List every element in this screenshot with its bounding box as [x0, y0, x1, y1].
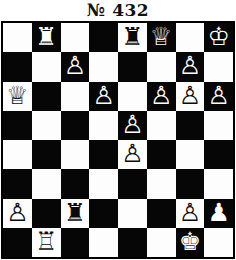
black-pawn: ♟	[207, 200, 229, 225]
square-a6[interactable]: ♕	[3, 82, 32, 111]
square-f4[interactable]	[147, 140, 176, 169]
square-e1[interactable]	[118, 228, 147, 257]
square-c7[interactable]: ♙	[61, 52, 90, 81]
square-e6[interactable]	[118, 82, 147, 111]
square-c4[interactable]	[61, 140, 90, 169]
square-c3[interactable]	[61, 169, 90, 198]
square-b6[interactable]	[32, 82, 61, 111]
square-h6[interactable]: ♙	[204, 82, 233, 111]
square-b5[interactable]	[32, 111, 61, 140]
square-g5[interactable]	[176, 111, 205, 140]
black-rook: ♜	[64, 200, 86, 225]
square-f5[interactable]	[147, 111, 176, 140]
square-e2[interactable]	[118, 199, 147, 228]
square-a8[interactable]	[3, 23, 32, 52]
square-b3[interactable]	[32, 169, 61, 198]
white-queen: ♕	[150, 24, 172, 49]
square-d2[interactable]	[89, 199, 118, 228]
square-g4[interactable]	[176, 140, 205, 169]
square-e8[interactable]: ♜	[118, 23, 147, 52]
white-pawn: ♙	[92, 83, 114, 108]
square-a4[interactable]	[3, 140, 32, 169]
square-a2[interactable]: ♙	[3, 199, 32, 228]
square-e5[interactable]: ♙	[118, 111, 147, 140]
black-rook: ♜	[121, 24, 143, 49]
white-pawn: ♙	[6, 200, 28, 225]
square-f7[interactable]	[147, 52, 176, 81]
square-h3[interactable]	[204, 169, 233, 198]
white-pawn: ♙	[179, 83, 201, 108]
square-h4[interactable]	[204, 140, 233, 169]
square-c6[interactable]	[61, 82, 90, 111]
white-queen: ♕	[6, 83, 28, 108]
square-h8[interactable]: ♔	[204, 23, 233, 52]
square-d8[interactable]	[89, 23, 118, 52]
square-c8[interactable]	[61, 23, 90, 52]
square-b1[interactable]: ♖	[32, 228, 61, 257]
square-d3[interactable]	[89, 169, 118, 198]
square-g7[interactable]: ♙	[176, 52, 205, 81]
square-b4[interactable]	[32, 140, 61, 169]
square-g1[interactable]: ♚	[176, 228, 205, 257]
square-a3[interactable]	[3, 169, 32, 198]
white-pawn: ♙	[150, 83, 172, 108]
puzzle-number: № 432	[0, 0, 236, 21]
square-a5[interactable]	[3, 111, 32, 140]
square-h2[interactable]: ♟	[204, 199, 233, 228]
square-f2[interactable]	[147, 199, 176, 228]
square-f1[interactable]	[147, 228, 176, 257]
square-h1[interactable]	[204, 228, 233, 257]
square-e7[interactable]	[118, 52, 147, 81]
square-d1[interactable]	[89, 228, 118, 257]
square-h7[interactable]	[204, 52, 233, 81]
chess-board: ♜♜♕♔♙♙♕♙♙♙♙♙♙♙♜♙♟♖♚	[1, 21, 235, 259]
square-c5[interactable]	[61, 111, 90, 140]
black-king: ♚	[179, 229, 201, 254]
square-g8[interactable]	[176, 23, 205, 52]
square-b8[interactable]: ♜	[32, 23, 61, 52]
square-a7[interactable]	[3, 52, 32, 81]
white-pawn: ♙	[179, 53, 201, 78]
square-f3[interactable]	[147, 169, 176, 198]
black-rook: ♜	[35, 24, 57, 49]
square-h5[interactable]	[204, 111, 233, 140]
square-b7[interactable]	[32, 52, 61, 81]
square-g2[interactable]: ♙	[176, 199, 205, 228]
square-d6[interactable]: ♙	[89, 82, 118, 111]
white-pawn: ♙	[121, 112, 143, 137]
square-d4[interactable]	[89, 140, 118, 169]
square-d5[interactable]	[89, 111, 118, 140]
white-king: ♔	[207, 24, 229, 49]
square-a1[interactable]	[3, 228, 32, 257]
square-c2[interactable]: ♜	[61, 199, 90, 228]
square-e4[interactable]: ♙	[118, 140, 147, 169]
square-g3[interactable]	[176, 169, 205, 198]
white-pawn: ♙	[207, 83, 229, 108]
white-pawn: ♙	[121, 141, 143, 166]
puzzle-page: № 432 ♜♜♕♔♙♙♕♙♙♙♙♙♙♙♜♙♟♖♚	[0, 0, 236, 260]
square-c1[interactable]	[61, 228, 90, 257]
white-pawn: ♙	[64, 53, 86, 78]
white-pawn: ♙	[179, 200, 201, 225]
square-d7[interactable]	[89, 52, 118, 81]
square-f6[interactable]: ♙	[147, 82, 176, 111]
square-b2[interactable]	[32, 199, 61, 228]
square-e3[interactable]	[118, 169, 147, 198]
square-g6[interactable]: ♙	[176, 82, 205, 111]
white-rook: ♖	[35, 229, 57, 254]
square-f8[interactable]: ♕	[147, 23, 176, 52]
